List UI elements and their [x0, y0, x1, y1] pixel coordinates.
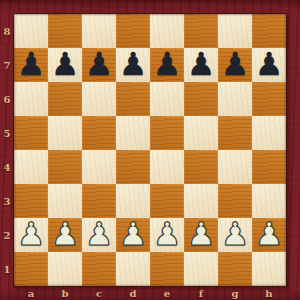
piece-white-pawn-g2[interactable]: ♟	[221, 218, 250, 250]
square-a2[interactable]: ♟	[14, 218, 48, 252]
square-c3[interactable]	[82, 184, 116, 218]
square-c4[interactable]	[82, 150, 116, 184]
square-e2[interactable]: ♟	[150, 218, 184, 252]
square-b8[interactable]	[48, 14, 82, 48]
piece-white-pawn-d2[interactable]: ♟	[119, 218, 148, 250]
square-h3[interactable]	[252, 184, 286, 218]
square-g6[interactable]	[218, 82, 252, 116]
square-a1[interactable]	[14, 252, 48, 286]
square-h2[interactable]: ♟	[252, 218, 286, 252]
square-h7[interactable]: ♟	[252, 48, 286, 82]
square-a3[interactable]	[14, 184, 48, 218]
square-g5[interactable]	[218, 116, 252, 150]
square-c8[interactable]	[82, 14, 116, 48]
square-h1[interactable]	[252, 252, 286, 286]
square-e1[interactable]	[150, 252, 184, 286]
square-f3[interactable]	[184, 184, 218, 218]
square-b6[interactable]	[48, 82, 82, 116]
square-g2[interactable]: ♟	[218, 218, 252, 252]
piece-white-pawn-b2[interactable]: ♟	[51, 218, 80, 250]
square-f4[interactable]	[184, 150, 218, 184]
rank-labels: 87654321	[0, 14, 14, 286]
square-g3[interactable]	[218, 184, 252, 218]
rank-label-4: 4	[0, 150, 14, 184]
square-g4[interactable]	[218, 150, 252, 184]
square-e7[interactable]: ♟	[150, 48, 184, 82]
chess-board: ♟♟♟♟♟♟♟♟♟♟♟♟♟♟♟♟	[14, 14, 286, 286]
square-g7[interactable]: ♟	[218, 48, 252, 82]
square-h4[interactable]	[252, 150, 286, 184]
square-f1[interactable]	[184, 252, 218, 286]
square-c5[interactable]	[82, 116, 116, 150]
file-label-h: h	[252, 286, 286, 300]
square-d5[interactable]	[116, 116, 150, 150]
square-b5[interactable]	[48, 116, 82, 150]
square-b7[interactable]: ♟	[48, 48, 82, 82]
square-g1[interactable]	[218, 252, 252, 286]
file-label-f: f	[184, 286, 218, 300]
chess-board-frame: 87654321 ♟♟♟♟♟♟♟♟♟♟♟♟♟♟♟♟ abcdefgh	[0, 0, 300, 300]
piece-black-pawn-a7[interactable]: ♟	[17, 48, 46, 80]
square-b1[interactable]	[48, 252, 82, 286]
square-d3[interactable]	[116, 184, 150, 218]
file-label-e: e	[150, 286, 184, 300]
square-h5[interactable]	[252, 116, 286, 150]
square-c2[interactable]: ♟	[82, 218, 116, 252]
square-f8[interactable]	[184, 14, 218, 48]
square-e3[interactable]	[150, 184, 184, 218]
square-a4[interactable]	[14, 150, 48, 184]
square-f6[interactable]	[184, 82, 218, 116]
piece-black-pawn-f7[interactable]: ♟	[187, 48, 216, 80]
square-b4[interactable]	[48, 150, 82, 184]
square-a7[interactable]: ♟	[14, 48, 48, 82]
piece-white-pawn-c2[interactable]: ♟	[85, 218, 114, 250]
file-labels: abcdefgh	[14, 286, 286, 300]
piece-black-pawn-e7[interactable]: ♟	[153, 48, 182, 80]
piece-white-pawn-a2[interactable]: ♟	[17, 218, 46, 250]
square-b2[interactable]: ♟	[48, 218, 82, 252]
rank-label-1: 1	[0, 252, 14, 286]
square-f7[interactable]: ♟	[184, 48, 218, 82]
square-d8[interactable]	[116, 14, 150, 48]
piece-black-pawn-c7[interactable]: ♟	[85, 48, 114, 80]
piece-white-pawn-h2[interactable]: ♟	[255, 218, 284, 250]
square-g8[interactable]	[218, 14, 252, 48]
square-d1[interactable]	[116, 252, 150, 286]
file-label-b: b	[48, 286, 82, 300]
file-label-g: g	[218, 286, 252, 300]
rank-label-3: 3	[0, 184, 14, 218]
piece-black-pawn-b7[interactable]: ♟	[51, 48, 80, 80]
square-d2[interactable]: ♟	[116, 218, 150, 252]
square-f2[interactable]: ♟	[184, 218, 218, 252]
square-e5[interactable]	[150, 116, 184, 150]
file-label-a: a	[14, 286, 48, 300]
square-c7[interactable]: ♟	[82, 48, 116, 82]
rank-label-5: 5	[0, 116, 14, 150]
square-a6[interactable]	[14, 82, 48, 116]
square-a8[interactable]	[14, 14, 48, 48]
square-d7[interactable]: ♟	[116, 48, 150, 82]
square-h8[interactable]	[252, 14, 286, 48]
piece-black-pawn-d7[interactable]: ♟	[119, 48, 148, 80]
square-e8[interactable]	[150, 14, 184, 48]
file-label-d: d	[116, 286, 150, 300]
piece-black-pawn-h7[interactable]: ♟	[255, 48, 284, 80]
rank-label-8: 8	[0, 14, 14, 48]
square-h6[interactable]	[252, 82, 286, 116]
square-d4[interactable]	[116, 150, 150, 184]
square-e6[interactable]	[150, 82, 184, 116]
rank-label-2: 2	[0, 218, 14, 252]
square-f5[interactable]	[184, 116, 218, 150]
square-c1[interactable]	[82, 252, 116, 286]
piece-black-pawn-g7[interactable]: ♟	[221, 48, 250, 80]
square-e4[interactable]	[150, 150, 184, 184]
piece-white-pawn-f2[interactable]: ♟	[187, 218, 216, 250]
file-label-c: c	[82, 286, 116, 300]
square-c6[interactable]	[82, 82, 116, 116]
square-b3[interactable]	[48, 184, 82, 218]
rank-label-7: 7	[0, 48, 14, 82]
square-a5[interactable]	[14, 116, 48, 150]
square-d6[interactable]	[116, 82, 150, 116]
rank-label-6: 6	[0, 82, 14, 116]
piece-white-pawn-e2[interactable]: ♟	[153, 218, 182, 250]
